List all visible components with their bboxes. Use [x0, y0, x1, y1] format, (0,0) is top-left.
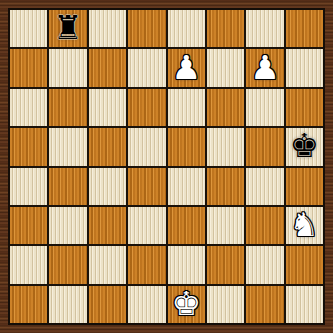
square-c2[interactable]: [89, 246, 126, 283]
square-c5[interactable]: [89, 128, 126, 165]
square-g6[interactable]: [246, 89, 283, 126]
square-e7[interactable]: ♟: [168, 49, 205, 86]
square-b8[interactable]: ♜: [49, 10, 86, 47]
square-g4[interactable]: [246, 168, 283, 205]
board-frame: ♜♟♟♚♞♚: [0, 0, 333, 333]
square-c3[interactable]: [89, 207, 126, 244]
square-h1[interactable]: [286, 286, 323, 323]
square-d5[interactable]: [128, 128, 165, 165]
square-d2[interactable]: [128, 246, 165, 283]
square-e6[interactable]: [168, 89, 205, 126]
square-g2[interactable]: [246, 246, 283, 283]
square-a6[interactable]: [10, 89, 47, 126]
square-b3[interactable]: [49, 207, 86, 244]
square-b4[interactable]: [49, 168, 86, 205]
square-e5[interactable]: [168, 128, 205, 165]
square-a1[interactable]: [10, 286, 47, 323]
square-d6[interactable]: [128, 89, 165, 126]
piece-white-pawn: ♟: [250, 51, 280, 84]
square-g8[interactable]: [246, 10, 283, 47]
square-c7[interactable]: [89, 49, 126, 86]
square-h2[interactable]: [286, 246, 323, 283]
square-b7[interactable]: [49, 49, 86, 86]
square-e1[interactable]: ♚: [168, 286, 205, 323]
square-d3[interactable]: [128, 207, 165, 244]
square-a7[interactable]: [10, 49, 47, 86]
square-b2[interactable]: [49, 246, 86, 283]
square-h7[interactable]: [286, 49, 323, 86]
square-e4[interactable]: [168, 168, 205, 205]
piece-black-king: ♚: [290, 129, 320, 162]
square-a4[interactable]: [10, 168, 47, 205]
square-f1[interactable]: [207, 286, 244, 323]
chess-board: ♜♟♟♚♞♚: [8, 8, 325, 325]
square-f5[interactable]: [207, 128, 244, 165]
square-h8[interactable]: [286, 10, 323, 47]
square-e3[interactable]: [168, 207, 205, 244]
square-f6[interactable]: [207, 89, 244, 126]
square-d1[interactable]: [128, 286, 165, 323]
square-b5[interactable]: [49, 128, 86, 165]
square-h6[interactable]: [286, 89, 323, 126]
square-f3[interactable]: [207, 207, 244, 244]
piece-white-knight: ♞: [290, 208, 320, 241]
square-e2[interactable]: [168, 246, 205, 283]
square-e8[interactable]: [168, 10, 205, 47]
square-a8[interactable]: [10, 10, 47, 47]
square-c4[interactable]: [89, 168, 126, 205]
square-h3[interactable]: ♞: [286, 207, 323, 244]
square-d8[interactable]: [128, 10, 165, 47]
piece-white-pawn: ♟: [171, 51, 201, 84]
square-g1[interactable]: [246, 286, 283, 323]
square-f7[interactable]: [207, 49, 244, 86]
square-b6[interactable]: [49, 89, 86, 126]
square-b1[interactable]: [49, 286, 86, 323]
square-d7[interactable]: [128, 49, 165, 86]
square-f4[interactable]: [207, 168, 244, 205]
piece-white-king: ♚: [171, 287, 201, 320]
square-g5[interactable]: [246, 128, 283, 165]
square-a5[interactable]: [10, 128, 47, 165]
square-g7[interactable]: ♟: [246, 49, 283, 86]
square-h4[interactable]: [286, 168, 323, 205]
square-g3[interactable]: [246, 207, 283, 244]
square-c1[interactable]: [89, 286, 126, 323]
square-f2[interactable]: [207, 246, 244, 283]
square-d4[interactable]: [128, 168, 165, 205]
square-a3[interactable]: [10, 207, 47, 244]
square-h5[interactable]: ♚: [286, 128, 323, 165]
square-c8[interactable]: [89, 10, 126, 47]
square-f8[interactable]: [207, 10, 244, 47]
piece-black-rook: ♜: [53, 11, 83, 44]
square-a2[interactable]: [10, 246, 47, 283]
square-c6[interactable]: [89, 89, 126, 126]
